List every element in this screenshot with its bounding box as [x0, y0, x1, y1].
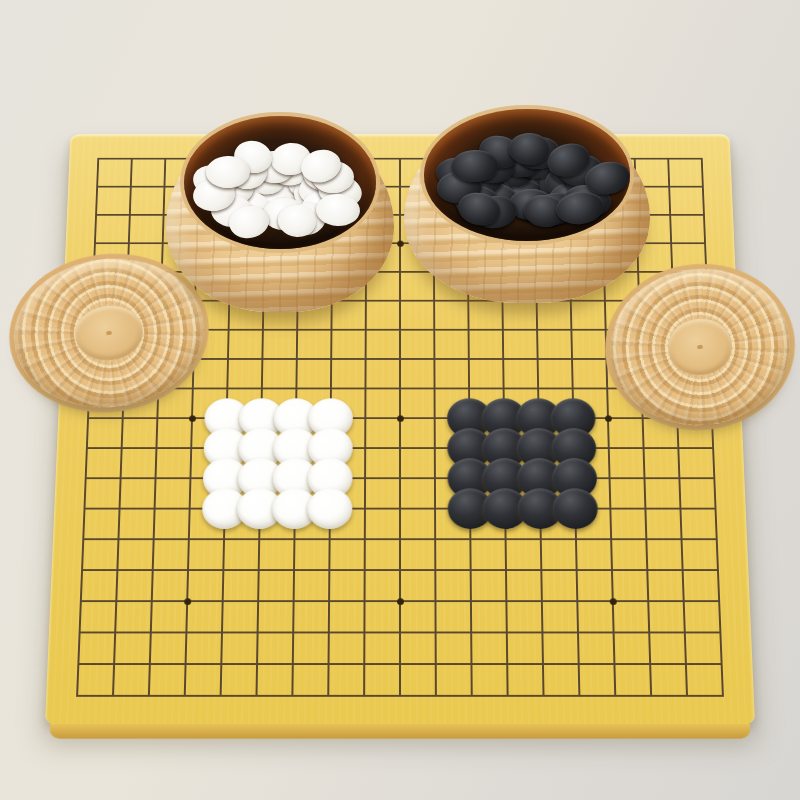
star-point: [610, 598, 617, 605]
product-photo-scene: [0, 0, 800, 800]
star-point: [397, 241, 404, 247]
star-point: [605, 415, 612, 421]
white-stone: [307, 488, 352, 529]
white-stones-basket: [166, 110, 394, 312]
star-point: [397, 598, 404, 605]
lid-center-disc: [665, 316, 734, 378]
star-point: [189, 415, 196, 421]
star-point: [397, 415, 404, 421]
white-bowl-opening: [184, 116, 376, 249]
lid-center-disc: [72, 302, 146, 363]
black-stones-basket: [404, 103, 650, 303]
black-bowl-opening: [424, 109, 631, 241]
star-point: [184, 598, 191, 605]
black-stone: [553, 488, 599, 529]
